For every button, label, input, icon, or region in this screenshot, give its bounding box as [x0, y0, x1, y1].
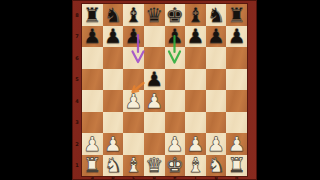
square-a2[interactable]: ♟ — [82, 133, 103, 155]
piece-white-rook-h1[interactable]: ♜ — [228, 155, 246, 175]
square-h3[interactable] — [226, 112, 247, 134]
square-b7[interactable]: ♟ — [103, 26, 124, 48]
square-b1[interactable]: ♞ — [103, 155, 124, 177]
square-b6[interactable] — [103, 47, 124, 69]
piece-black-bishop-c8[interactable]: ♝ — [125, 4, 143, 24]
piece-black-pawn-h7[interactable]: ♟ — [228, 26, 246, 46]
square-c6[interactable] — [123, 47, 144, 69]
square-d8[interactable]: ♛ — [144, 4, 165, 26]
piece-white-knight-b1[interactable]: ♞ — [104, 155, 122, 175]
piece-white-bishop-f1[interactable]: ♝ — [186, 155, 204, 175]
piece-white-pawn-c4[interactable]: ♟ — [125, 90, 143, 110]
square-h2[interactable]: ♟ — [226, 133, 247, 155]
square-c8[interactable]: ♝ — [123, 4, 144, 26]
rank-label-2: 2 — [72, 133, 82, 155]
square-g1[interactable]: ♞ — [206, 155, 227, 177]
piece-black-pawn-g7[interactable]: ♟ — [207, 26, 225, 46]
square-g3[interactable] — [206, 112, 227, 134]
piece-white-pawn-g2[interactable]: ♟ — [207, 133, 225, 153]
video-frame: 87654321 abcdefgh ♜♞♝♛♚♝♞♜♟♟♟♟♟♟♟♟♟♟♟♟♟♟… — [0, 0, 320, 180]
square-h7[interactable]: ♟ — [226, 26, 247, 48]
piece-white-bishop-c1[interactable]: ♝ — [125, 155, 143, 175]
piece-black-pawn-c7[interactable]: ♟ — [125, 26, 143, 46]
rank-label-3: 3 — [72, 112, 82, 134]
square-c5[interactable] — [123, 69, 144, 91]
chessboard[interactable]: ♜♞♝♛♚♝♞♜♟♟♟♟♟♟♟♟♟♟♟♟♟♟♟♟♜♞♝♛♚♝♞♜ — [82, 4, 247, 176]
square-h1[interactable]: ♜ — [226, 155, 247, 177]
square-f3[interactable] — [185, 112, 206, 134]
square-g6[interactable] — [206, 47, 227, 69]
piece-black-pawn-f7[interactable]: ♟ — [186, 26, 204, 46]
piece-white-pawn-h2[interactable]: ♟ — [228, 133, 246, 153]
piece-white-queen-d1[interactable]: ♛ — [145, 155, 163, 175]
piece-white-pawn-d4[interactable]: ♟ — [145, 90, 163, 110]
piece-black-pawn-e7[interactable]: ♟ — [166, 26, 184, 46]
square-b8[interactable]: ♞ — [103, 4, 124, 26]
square-e3[interactable] — [165, 112, 186, 134]
square-g2[interactable]: ♟ — [206, 133, 227, 155]
letterbox-right — [257, 0, 320, 180]
square-e8[interactable]: ♚ — [165, 4, 186, 26]
letterbox-left — [0, 0, 72, 180]
square-f1[interactable]: ♝ — [185, 155, 206, 177]
square-a5[interactable] — [82, 69, 103, 91]
rank-label-8: 8 — [72, 4, 82, 26]
square-a6[interactable] — [82, 47, 103, 69]
piece-white-pawn-f2[interactable]: ♟ — [186, 133, 204, 153]
piece-black-rook-h8[interactable]: ♜ — [228, 4, 246, 24]
square-d1[interactable]: ♛ — [144, 155, 165, 177]
square-a4[interactable] — [82, 90, 103, 112]
square-c4[interactable]: ♟ — [123, 90, 144, 112]
square-f4[interactable] — [185, 90, 206, 112]
square-b5[interactable] — [103, 69, 124, 91]
square-a7[interactable]: ♟ — [82, 26, 103, 48]
square-b4[interactable] — [103, 90, 124, 112]
piece-black-pawn-d5[interactable]: ♟ — [145, 69, 163, 89]
piece-white-king-e1[interactable]: ♚ — [166, 155, 184, 175]
piece-black-bishop-f8[interactable]: ♝ — [186, 4, 204, 24]
square-c1[interactable]: ♝ — [123, 155, 144, 177]
square-g7[interactable]: ♟ — [206, 26, 227, 48]
piece-white-pawn-a2[interactable]: ♟ — [83, 133, 101, 153]
square-h4[interactable] — [226, 90, 247, 112]
square-c2[interactable] — [123, 133, 144, 155]
square-e5[interactable] — [165, 69, 186, 91]
square-g4[interactable] — [206, 90, 227, 112]
piece-white-knight-g1[interactable]: ♞ — [207, 155, 225, 175]
piece-white-pawn-b2[interactable]: ♟ — [104, 133, 122, 153]
square-d5[interactable]: ♟ — [144, 69, 165, 91]
piece-black-rook-a8[interactable]: ♜ — [83, 4, 101, 24]
square-h5[interactable] — [226, 69, 247, 91]
rank-label-1: 1 — [72, 155, 82, 177]
square-f8[interactable]: ♝ — [185, 4, 206, 26]
square-e4[interactable] — [165, 90, 186, 112]
square-a3[interactable] — [82, 112, 103, 134]
square-a8[interactable]: ♜ — [82, 4, 103, 26]
rank-label-7: 7 — [72, 26, 82, 48]
square-g5[interactable] — [206, 69, 227, 91]
rank-label-4: 4 — [72, 90, 82, 112]
square-d2[interactable] — [144, 133, 165, 155]
square-e2[interactable]: ♟ — [165, 133, 186, 155]
square-d7[interactable] — [144, 26, 165, 48]
piece-black-knight-b8[interactable]: ♞ — [104, 4, 122, 24]
square-f7[interactable]: ♟ — [185, 26, 206, 48]
piece-black-pawn-a7[interactable]: ♟ — [83, 26, 101, 46]
square-e7[interactable]: ♟ — [165, 26, 186, 48]
rank-label-6: 6 — [72, 47, 82, 69]
square-c7[interactable]: ♟ — [123, 26, 144, 48]
square-b2[interactable]: ♟ — [103, 133, 124, 155]
square-c3[interactable] — [123, 112, 144, 134]
square-g8[interactable]: ♞ — [206, 4, 227, 26]
piece-black-knight-g8[interactable]: ♞ — [207, 4, 225, 24]
piece-black-pawn-b7[interactable]: ♟ — [104, 26, 122, 46]
rank-labels: 87654321 — [72, 4, 82, 176]
square-f6[interactable] — [185, 47, 206, 69]
piece-white-rook-a1[interactable]: ♜ — [83, 155, 101, 175]
piece-black-king-e8[interactable]: ♚ — [166, 4, 184, 24]
square-d4[interactable]: ♟ — [144, 90, 165, 112]
square-d3[interactable] — [144, 112, 165, 134]
square-h6[interactable] — [226, 47, 247, 69]
square-f5[interactable] — [185, 69, 206, 91]
board-frame: 87654321 abcdefgh ♜♞♝♛♚♝♞♜♟♟♟♟♟♟♟♟♟♟♟♟♟♟… — [72, 0, 257, 180]
square-e6[interactable] — [165, 47, 186, 69]
square-d6[interactable] — [144, 47, 165, 69]
square-b3[interactable] — [103, 112, 124, 134]
square-a1[interactable]: ♜ — [82, 155, 103, 177]
rank-label-5: 5 — [72, 69, 82, 91]
piece-black-queen-d8[interactable]: ♛ — [145, 4, 163, 24]
square-h8[interactable]: ♜ — [226, 4, 247, 26]
square-e1[interactable]: ♚ — [165, 155, 186, 177]
piece-white-pawn-e2[interactable]: ♟ — [166, 133, 184, 153]
square-f2[interactable]: ♟ — [185, 133, 206, 155]
